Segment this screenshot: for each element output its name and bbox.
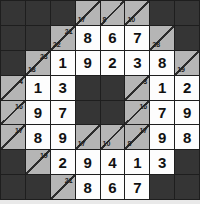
cell-digit: 8 <box>34 130 42 145</box>
entry-cell-r3c7[interactable]: 2 <box>175 76 199 100</box>
cell-digit: 8 <box>183 130 191 145</box>
entry-cell-r1c4[interactable]: 6 <box>101 26 125 50</box>
cell-digit: 7 <box>133 30 141 45</box>
clue-cell-r4c5: 16 <box>125 101 149 125</box>
clue-cell-r1c6: 28 <box>150 26 174 50</box>
entry-cell-r5c1[interactable]: 8 <box>26 125 50 149</box>
entry-cell-r2c3[interactable]: 9 <box>76 51 100 75</box>
cell-digit: 9 <box>59 130 67 145</box>
down-clue: 17 <box>78 140 86 147</box>
block-cell-r0c0 <box>1 1 25 25</box>
cell-digit: 8 <box>83 30 91 45</box>
down-clue: 17 <box>78 16 86 23</box>
down-clue: 10 <box>127 16 135 23</box>
clue-cell-r0c3: 17 <box>76 1 100 25</box>
block-cell-r7c6 <box>150 175 174 199</box>
entry-cell-r5c2[interactable]: 9 <box>51 125 75 149</box>
block-cell-r1c1 <box>26 26 50 50</box>
down-clue: 22 <box>53 41 61 48</box>
cell-digit: 2 <box>59 155 67 170</box>
clue-cell-r5c3: 17 <box>76 125 100 149</box>
cell-digit: 6 <box>108 30 116 45</box>
entry-cell-r7c5[interactable]: 7 <box>125 175 149 199</box>
clue-cell-r5c0: 17 <box>1 125 25 149</box>
cell-digit: 6 <box>108 180 116 195</box>
cell-digit: 7 <box>59 105 67 120</box>
cell-digit: 8 <box>83 180 91 195</box>
cell-digit: 3 <box>158 155 166 170</box>
entry-cell-r6c4[interactable]: 4 <box>101 150 125 174</box>
across-clue: 21 <box>65 28 73 35</box>
clue-cell-r2c1: 1823 <box>26 51 50 75</box>
clue-cell-r6c1: 19 <box>26 150 50 174</box>
entry-cell-r1c5[interactable]: 7 <box>125 26 149 50</box>
block-cell-r0c2 <box>51 1 75 25</box>
across-clue: 16 <box>139 103 147 110</box>
cell-digit: 7 <box>133 180 141 195</box>
entry-cell-r3c6[interactable]: 1 <box>150 76 174 100</box>
cell-digit: 9 <box>34 105 42 120</box>
block-cell-r7c7 <box>175 175 199 199</box>
block-cell-r0c6 <box>150 1 174 25</box>
entry-cell-r4c6[interactable]: 7 <box>150 101 174 125</box>
clue-cell-r5c5: 817 <box>125 125 149 149</box>
entry-cell-r4c7[interactable]: 9 <box>175 101 199 125</box>
clue-cell-r0c4: 8 <box>101 1 125 25</box>
block-cell-r6c0 <box>1 150 25 174</box>
entry-cell-r2c2[interactable]: 1 <box>51 51 75 75</box>
cell-digit: 1 <box>133 155 141 170</box>
cell-digit: 9 <box>83 55 91 70</box>
clue-cell-r0c5: 10 <box>125 1 149 25</box>
entry-cell-r3c1[interactable]: 1 <box>26 76 50 100</box>
clue-cell-r1c2: 2221 <box>51 26 75 50</box>
entry-cell-r2c4[interactable]: 2 <box>101 51 125 75</box>
block-cell-r0c1 <box>26 1 50 25</box>
entry-cell-r4c1[interactable]: 9 <box>26 101 50 125</box>
cell-digit: 9 <box>158 130 166 145</box>
entry-cell-r1c3[interactable]: 8 <box>76 26 100 50</box>
down-clue: 10 <box>103 140 111 147</box>
clue-cell-r3c5: 3 <box>125 76 149 100</box>
cell-digit: 1 <box>158 80 166 95</box>
cell-digit: 4 <box>108 155 116 170</box>
block-cell-r0c7 <box>175 1 199 25</box>
down-clue: 8 <box>127 140 131 147</box>
down-clue: 18 <box>28 66 36 73</box>
kakuro-board: 1781022218672818231923819413312169716791… <box>0 0 200 200</box>
cell-digit: 7 <box>158 105 166 120</box>
clue-cell-r3c0: 4 <box>1 76 25 100</box>
block-cell-r1c0 <box>1 26 25 50</box>
cell-digit: 2 <box>183 80 191 95</box>
across-clue: 17 <box>139 127 147 134</box>
clue-cell-r5c4: 10 <box>101 125 125 149</box>
entry-cell-r3c2[interactable]: 3 <box>51 76 75 100</box>
down-clue: 28 <box>152 41 160 48</box>
block-cell-r6c7 <box>175 150 199 174</box>
block-cell-r4c3 <box>76 101 100 125</box>
cell-digit: 3 <box>133 55 141 70</box>
clue-cell-r4c0: 16 <box>1 101 25 125</box>
across-clue: 4 <box>19 78 23 85</box>
entry-cell-r6c2[interactable]: 2 <box>51 150 75 174</box>
entry-cell-r6c6[interactable]: 3 <box>150 150 174 174</box>
across-clue: 19 <box>40 152 48 159</box>
block-cell-r3c4 <box>101 76 125 100</box>
entry-cell-r4c2[interactable]: 7 <box>51 101 75 125</box>
down-clue: 8 <box>103 16 107 23</box>
entry-cell-r2c6[interactable]: 8 <box>150 51 174 75</box>
across-clue: 17 <box>15 127 23 134</box>
entry-cell-r6c3[interactable]: 9 <box>76 150 100 174</box>
cell-digit: 1 <box>59 55 67 70</box>
down-clue: 19 <box>177 66 185 73</box>
entry-cell-r7c4[interactable]: 6 <box>101 175 125 199</box>
block-cell-r1c7 <box>175 26 199 50</box>
cell-digit: 2 <box>108 55 116 70</box>
cell-digit: 3 <box>59 80 67 95</box>
block-cell-r7c0 <box>1 175 25 199</box>
across-clue: 3 <box>143 78 147 85</box>
cell-digit: 9 <box>83 155 91 170</box>
across-clue: 23 <box>40 53 48 60</box>
entry-cell-r7c3[interactable]: 8 <box>76 175 100 199</box>
block-cell-r2c0 <box>1 51 25 75</box>
block-cell-r7c1 <box>26 175 50 199</box>
block-cell-r3c3 <box>76 76 100 100</box>
cell-digit: 9 <box>183 105 191 120</box>
across-clue: 16 <box>15 103 23 110</box>
block-cell-r4c4 <box>101 101 125 125</box>
clue-cell-r2c7: 19 <box>175 51 199 75</box>
cell-digit: 8 <box>158 55 166 70</box>
cell-digit: 1 <box>34 80 42 95</box>
entry-cell-r5c6[interactable]: 9 <box>150 125 174 149</box>
entry-cell-r6c5[interactable]: 1 <box>125 150 149 174</box>
clue-cell-r7c2: 21 <box>51 175 75 199</box>
entry-cell-r5c7[interactable]: 8 <box>175 125 199 149</box>
entry-cell-r2c5[interactable]: 3 <box>125 51 149 75</box>
across-clue: 21 <box>65 177 73 184</box>
